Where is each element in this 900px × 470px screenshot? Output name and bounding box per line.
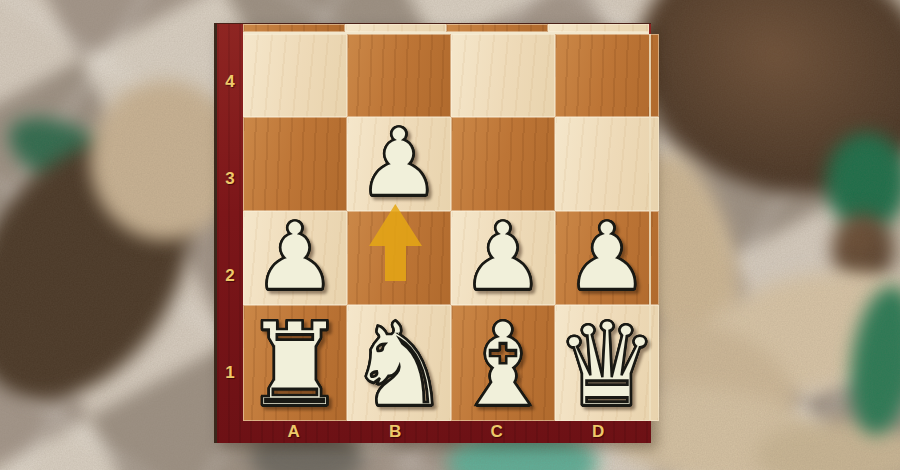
piece-white-pawn-c2[interactable]: ♟ (461, 210, 545, 304)
square-a1[interactable]: ♜ (243, 305, 347, 421)
square-c3[interactable] (451, 117, 555, 211)
square-b5-partial (345, 24, 447, 32)
rank-label-2: 2 (217, 228, 243, 325)
square-d2[interactable]: ♟ (555, 211, 659, 305)
piece-white-bishop-c1[interactable]: ♝ (451, 307, 555, 423)
square-d1[interactable]: ♛ (555, 305, 659, 421)
square-c5-partial (446, 24, 548, 32)
square-d4[interactable] (555, 34, 659, 117)
square-a4[interactable] (243, 34, 347, 117)
piece-white-rook-a1[interactable]: ♜ (243, 307, 347, 423)
square-c2[interactable]: ♟ (451, 211, 555, 305)
rank-label-4: 4 (217, 34, 243, 131)
rank-label-1: 1 (217, 324, 243, 421)
page: 4321 ♟♟♟♟♜♞♝♛ ABCD (0, 0, 900, 470)
rank-labels: 4321 (217, 34, 243, 421)
square-b4[interactable] (347, 34, 451, 117)
square-b2[interactable] (347, 211, 451, 305)
square-d5-partial (548, 24, 650, 32)
rank-label-3: 3 (217, 131, 243, 228)
square-d3[interactable] (555, 117, 659, 211)
square-c4[interactable] (451, 34, 555, 117)
square-b3[interactable]: ♟ (347, 117, 451, 211)
square-b1[interactable]: ♞ (347, 305, 451, 421)
square-a5-partial (243, 24, 345, 32)
square-a3[interactable] (243, 117, 347, 211)
piece-white-knight-b1[interactable]: ♞ (347, 307, 451, 423)
board-grid: ♟♟♟♟♜♞♝♛ (243, 34, 649, 421)
chess-board: 4321 ♟♟♟♟♜♞♝♛ ABCD (214, 23, 651, 443)
piece-white-pawn-d2[interactable]: ♟ (565, 210, 649, 304)
piece-white-pawn-b3[interactable]: ♟ (357, 116, 441, 210)
piece-white-pawn-a2[interactable]: ♟ (253, 210, 337, 304)
square-a2[interactable]: ♟ (243, 211, 347, 305)
square-c1[interactable]: ♝ (451, 305, 555, 421)
rank5-sliver (243, 24, 649, 34)
piece-white-queen-d1[interactable]: ♛ (555, 307, 659, 423)
